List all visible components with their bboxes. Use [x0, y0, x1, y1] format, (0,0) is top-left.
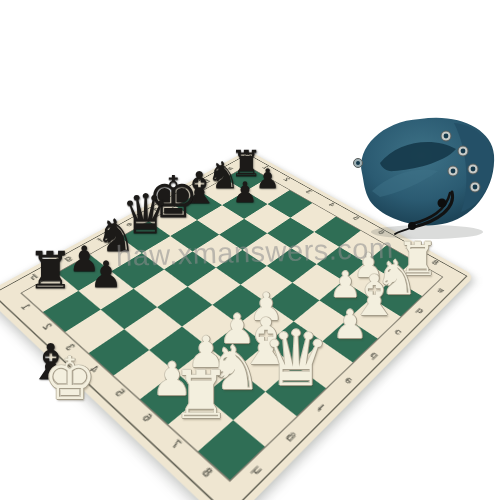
- product-photo: aa11bb22cc33dd44ee55ff66gg77hh88 ♜♟♞♟♝♚♛…: [0, 0, 500, 500]
- bag-cord-toggle: [438, 199, 447, 208]
- drawstring-bag: [342, 103, 500, 243]
- bag-cord-knot: [408, 222, 416, 230]
